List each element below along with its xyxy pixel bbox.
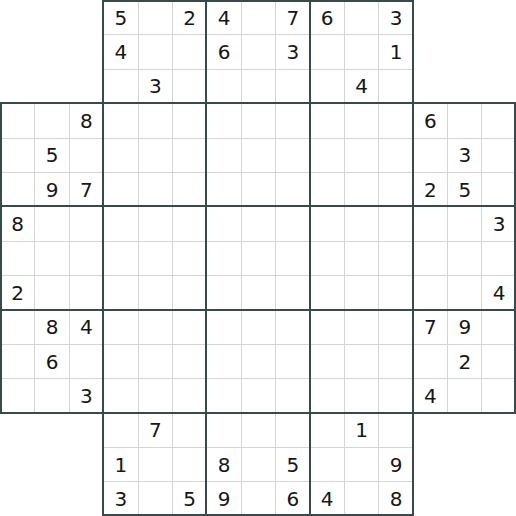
cell-r7c5[interactable] — [138, 206, 172, 240]
cell-r10c11[interactable] — [344, 310, 378, 344]
cell-r9c1[interactable]: 2 — [0, 275, 34, 309]
cell-r8c5[interactable] — [138, 241, 172, 275]
cell-r1c6[interactable]: 2 — [172, 0, 206, 34]
cell-r12c10[interactable] — [310, 378, 344, 412]
cell-r2c5[interactable] — [138, 34, 172, 68]
cell-r11c8[interactable] — [241, 344, 275, 378]
cell-r14c11[interactable] — [344, 447, 378, 481]
cell-r11c3[interactable] — [69, 344, 103, 378]
cell-r9c9[interactable] — [275, 275, 309, 309]
outside-corner — [481, 34, 515, 68]
cell-r6c14[interactable]: 5 — [447, 172, 481, 206]
outside-corner — [447, 34, 481, 68]
cell-r7c1[interactable]: 8 — [0, 206, 34, 240]
cell-r6c5[interactable] — [138, 172, 172, 206]
cell-r11c5[interactable] — [138, 344, 172, 378]
cell-r11c2[interactable]: 6 — [34, 344, 68, 378]
cell-r12c2[interactable] — [34, 378, 68, 412]
cell-r13c5[interactable]: 7 — [138, 413, 172, 447]
cell-r14c8[interactable] — [241, 447, 275, 481]
outside-corner — [481, 69, 515, 103]
cell-r10c9[interactable] — [275, 310, 309, 344]
cell-r2c9[interactable]: 3 — [275, 34, 309, 68]
outside-corner — [481, 447, 515, 481]
cell-r8c4[interactable] — [103, 241, 137, 275]
outside-corner — [69, 481, 103, 515]
cell-r4c6[interactable] — [172, 103, 206, 137]
cell-r3c9[interactable] — [275, 69, 309, 103]
cell-r13c12[interactable] — [378, 413, 412, 447]
cell-r5c5[interactable] — [138, 138, 172, 172]
outside-corner — [447, 0, 481, 34]
cell-r1c11[interactable] — [344, 0, 378, 34]
cell-r11c9[interactable] — [275, 344, 309, 378]
cell-r12c8[interactable] — [241, 378, 275, 412]
cell-r8c15[interactable] — [481, 241, 515, 275]
cell-r1c5[interactable] — [138, 0, 172, 34]
cell-r4c15[interactable] — [481, 103, 515, 137]
cell-r2c4[interactable]: 4 — [103, 34, 137, 68]
cell-r4c13[interactable]: 6 — [413, 103, 447, 137]
outside-corner — [0, 413, 34, 447]
cell-r14c4[interactable]: 1 — [103, 447, 137, 481]
cell-r11c6[interactable] — [172, 344, 206, 378]
cell-r2c6[interactable] — [172, 34, 206, 68]
outside-corner — [413, 34, 447, 68]
cell-r15c4[interactable]: 3 — [103, 481, 137, 515]
cell-r12c12[interactable] — [378, 378, 412, 412]
cell-r6c8[interactable] — [241, 172, 275, 206]
outside-corner — [481, 413, 515, 447]
cell-r6c10[interactable] — [310, 172, 344, 206]
cell-r3c4[interactable] — [103, 69, 137, 103]
cell-r9c15[interactable]: 4 — [481, 275, 515, 309]
cell-r4c3[interactable]: 8 — [69, 103, 103, 137]
cell-r5c15[interactable] — [481, 138, 515, 172]
cell-r7c12[interactable] — [378, 206, 412, 240]
cell-r7c9[interactable] — [275, 206, 309, 240]
cell-r12c15[interactable] — [481, 378, 515, 412]
cell-r9c8[interactable] — [241, 275, 275, 309]
cell-r15c9[interactable]: 6 — [275, 481, 309, 515]
outside-corner — [413, 447, 447, 481]
cell-r7c8[interactable] — [241, 206, 275, 240]
cell-r11c4[interactable] — [103, 344, 137, 378]
cell-r11c12[interactable] — [378, 344, 412, 378]
cell-r3c8[interactable] — [241, 69, 275, 103]
cell-r9c12[interactable] — [378, 275, 412, 309]
cell-r8c9[interactable] — [275, 241, 309, 275]
cell-r8c1[interactable] — [0, 241, 34, 275]
cell-r10c7[interactable] — [206, 310, 240, 344]
cell-r14c12[interactable]: 9 — [378, 447, 412, 481]
cell-r13c7[interactable] — [206, 413, 240, 447]
cell-r4c12[interactable] — [378, 103, 412, 137]
outside-corner — [69, 447, 103, 481]
cell-r3c11[interactable]: 4 — [344, 69, 378, 103]
cell-r4c9[interactable] — [275, 103, 309, 137]
cell-r7c10[interactable] — [310, 206, 344, 240]
cell-r10c2[interactable]: 8 — [34, 310, 68, 344]
outside-corner — [34, 69, 68, 103]
cell-r8c12[interactable] — [378, 241, 412, 275]
cell-r9c11[interactable] — [344, 275, 378, 309]
cell-r5c6[interactable] — [172, 138, 206, 172]
outside-corner — [0, 69, 34, 103]
cell-r10c12[interactable] — [378, 310, 412, 344]
cell-r6c2[interactable]: 9 — [34, 172, 68, 206]
cell-r6c7[interactable] — [206, 172, 240, 206]
cell-r5c4[interactable] — [103, 138, 137, 172]
outside-corner — [413, 0, 447, 34]
cell-r5c10[interactable] — [310, 138, 344, 172]
cell-r6c1[interactable] — [0, 172, 34, 206]
cell-r5c7[interactable] — [206, 138, 240, 172]
cell-r11c13[interactable] — [413, 344, 447, 378]
outside-corner — [413, 413, 447, 447]
cell-r3c7[interactable] — [206, 69, 240, 103]
cell-r4c10[interactable] — [310, 103, 344, 137]
cell-r8c10[interactable] — [310, 241, 344, 275]
cell-r7c3[interactable] — [69, 206, 103, 240]
outside-corner — [34, 413, 68, 447]
cell-r10c8[interactable] — [241, 310, 275, 344]
cell-r8c8[interactable] — [241, 241, 275, 275]
cell-r9c4[interactable] — [103, 275, 137, 309]
outside-corner — [69, 69, 103, 103]
cell-r12c6[interactable] — [172, 378, 206, 412]
outside-corner — [34, 447, 68, 481]
cell-r8c14[interactable] — [447, 241, 481, 275]
cell-r6c11[interactable] — [344, 172, 378, 206]
cell-r6c3[interactable]: 7 — [69, 172, 103, 206]
cell-r4c1[interactable] — [0, 103, 34, 137]
cell-r11c14[interactable]: 2 — [447, 344, 481, 378]
cell-r7c15[interactable]: 3 — [481, 206, 515, 240]
cell-r3c12[interactable] — [378, 69, 412, 103]
cell-r10c3[interactable]: 4 — [69, 310, 103, 344]
outside-corner — [0, 481, 34, 515]
cell-r8c6[interactable] — [172, 241, 206, 275]
outside-corner — [69, 0, 103, 34]
cell-r12c11[interactable] — [344, 378, 378, 412]
cell-r15c8[interactable] — [241, 481, 275, 515]
outside-corner — [0, 447, 34, 481]
cell-r10c10[interactable] — [310, 310, 344, 344]
cell-r1c7[interactable]: 4 — [206, 0, 240, 34]
cell-r2c7[interactable]: 6 — [206, 34, 240, 68]
cell-r4c5[interactable] — [138, 103, 172, 137]
cell-r9c13[interactable] — [413, 275, 447, 309]
cell-r5c1[interactable] — [0, 138, 34, 172]
cell-r10c15[interactable] — [481, 310, 515, 344]
outside-corner — [0, 0, 34, 34]
outside-corner — [481, 0, 515, 34]
cell-r14c10[interactable] — [310, 447, 344, 481]
cell-r6c6[interactable] — [172, 172, 206, 206]
cell-r9c10[interactable] — [310, 275, 344, 309]
cell-r13c6[interactable] — [172, 413, 206, 447]
cell-r14c7[interactable]: 8 — [206, 447, 240, 481]
cell-r3c6[interactable] — [172, 69, 206, 103]
cell-r11c15[interactable] — [481, 344, 515, 378]
cell-r4c7[interactable] — [206, 103, 240, 137]
cell-r1c4[interactable]: 5 — [103, 0, 137, 34]
cell-r15c7[interactable]: 9 — [206, 481, 240, 515]
cell-r5c2[interactable]: 5 — [34, 138, 68, 172]
cell-r4c11[interactable] — [344, 103, 378, 137]
cell-r9c5[interactable] — [138, 275, 172, 309]
cell-r4c4[interactable] — [103, 103, 137, 137]
cell-r5c3[interactable] — [69, 138, 103, 172]
cell-r12c9[interactable] — [275, 378, 309, 412]
cell-r12c14[interactable] — [447, 378, 481, 412]
cell-r12c1[interactable] — [0, 378, 34, 412]
cell-r1c8[interactable] — [241, 0, 275, 34]
cell-r5c9[interactable] — [275, 138, 309, 172]
cell-r1c10[interactable]: 6 — [310, 0, 344, 34]
cell-r13c4[interactable] — [103, 413, 137, 447]
cell-r14c6[interactable] — [172, 447, 206, 481]
cell-r4c14[interactable] — [447, 103, 481, 137]
cell-r12c5[interactable] — [138, 378, 172, 412]
cell-r5c11[interactable] — [344, 138, 378, 172]
cell-r13c10[interactable] — [310, 413, 344, 447]
cell-r10c14[interactable]: 9 — [447, 310, 481, 344]
cell-r8c7[interactable] — [206, 241, 240, 275]
cell-r7c11[interactable] — [344, 206, 378, 240]
cell-r13c11[interactable]: 1 — [344, 413, 378, 447]
outside-corner — [413, 481, 447, 515]
cell-r15c5[interactable] — [138, 481, 172, 515]
sudoku-board: 5247634631348653972583248479623471185935… — [0, 0, 516, 516]
cell-r6c13[interactable]: 2 — [413, 172, 447, 206]
cell-r2c11[interactable] — [344, 34, 378, 68]
cell-r2c10[interactable] — [310, 34, 344, 68]
cell-r5c14[interactable]: 3 — [447, 138, 481, 172]
cell-r3c5[interactable]: 3 — [138, 69, 172, 103]
cell-r5c8[interactable] — [241, 138, 275, 172]
cell-r6c15[interactable] — [481, 172, 515, 206]
cell-r4c8[interactable] — [241, 103, 275, 137]
cell-r2c12[interactable]: 1 — [378, 34, 412, 68]
cell-r4c2[interactable] — [34, 103, 68, 137]
cell-r1c9[interactable]: 7 — [275, 0, 309, 34]
cell-r10c13[interactable]: 7 — [413, 310, 447, 344]
outside-corner — [447, 69, 481, 103]
cell-r1c12[interactable]: 3 — [378, 0, 412, 34]
outside-corner — [413, 69, 447, 103]
cell-r14c5[interactable] — [138, 447, 172, 481]
cell-r15c6[interactable]: 5 — [172, 481, 206, 515]
cell-r15c10[interactable]: 4 — [310, 481, 344, 515]
cell-r11c7[interactable] — [206, 344, 240, 378]
cell-r2c8[interactable] — [241, 34, 275, 68]
cell-r6c9[interactable] — [275, 172, 309, 206]
cell-r12c4[interactable] — [103, 378, 137, 412]
cell-r10c6[interactable] — [172, 310, 206, 344]
cell-r12c13[interactable]: 4 — [413, 378, 447, 412]
outside-corner — [447, 413, 481, 447]
cell-r11c11[interactable] — [344, 344, 378, 378]
cell-r3c10[interactable] — [310, 69, 344, 103]
cell-r7c13[interactable] — [413, 206, 447, 240]
cell-r9c6[interactable] — [172, 275, 206, 309]
outside-corner — [447, 447, 481, 481]
cell-r9c14[interactable] — [447, 275, 481, 309]
outside-corner — [481, 481, 515, 515]
cell-r5c12[interactable] — [378, 138, 412, 172]
cell-r10c4[interactable] — [103, 310, 137, 344]
outside-corner — [0, 34, 34, 68]
cell-r12c3[interactable]: 3 — [69, 378, 103, 412]
cell-r5c13[interactable] — [413, 138, 447, 172]
cell-r8c2[interactable] — [34, 241, 68, 275]
cell-r8c3[interactable] — [69, 241, 103, 275]
cell-r11c10[interactable] — [310, 344, 344, 378]
outside-corner — [447, 481, 481, 515]
outside-corner — [34, 0, 68, 34]
cell-r8c13[interactable] — [413, 241, 447, 275]
outside-corner — [69, 413, 103, 447]
cell-r15c12[interactable]: 8 — [378, 481, 412, 515]
cell-r11c1[interactable] — [0, 344, 34, 378]
cell-r6c12[interactable] — [378, 172, 412, 206]
cell-r13c8[interactable] — [241, 413, 275, 447]
cell-r15c11[interactable] — [344, 481, 378, 515]
cell-r8c11[interactable] — [344, 241, 378, 275]
cell-r10c1[interactable] — [0, 310, 34, 344]
cell-r12c7[interactable] — [206, 378, 240, 412]
cell-r7c4[interactable] — [103, 206, 137, 240]
cell-r9c2[interactable] — [34, 275, 68, 309]
cell-r9c7[interactable] — [206, 275, 240, 309]
outside-corner — [34, 34, 68, 68]
cell-r10c5[interactable] — [138, 310, 172, 344]
cell-r9c3[interactable] — [69, 275, 103, 309]
outside-corner — [34, 481, 68, 515]
cell-r7c2[interactable] — [34, 206, 68, 240]
outside-corner — [69, 34, 103, 68]
cell-r7c14[interactable] — [447, 206, 481, 240]
cell-r13c9[interactable] — [275, 413, 309, 447]
cell-r7c6[interactable] — [172, 206, 206, 240]
cell-r6c4[interactable] — [103, 172, 137, 206]
cell-r7c7[interactable] — [206, 206, 240, 240]
cell-r14c9[interactable]: 5 — [275, 447, 309, 481]
